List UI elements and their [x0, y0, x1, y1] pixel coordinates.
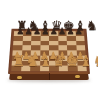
piece-white-queen-d1: ♛: [52, 54, 65, 69]
piece-black-knight-g8: ♞: [86, 19, 98, 32]
piece-white-bishop-f1: ♝: [79, 54, 92, 69]
piece-black-pawn-g7: ♟: [66, 27, 74, 36]
piece-row-rank7: ♟♟♟♟♟♟♟♟: [16, 27, 83, 36]
piece-row-rank1: ♜♞♝♛♚♝♞♜: [12, 54, 86, 69]
piece-white-knight-b1: ♞: [25, 54, 38, 69]
chess-set-photo: ♜♞♝♛♚♝♞♜♟♟♟♟♟♟♟♟♟♟♟♟♟♟♟♟♜♞♝♛♚♝♞♜: [0, 0, 98, 98]
piece-black-pawn-d7: ♟: [41, 27, 49, 36]
piece-black-pawn-f7: ♟: [58, 27, 66, 36]
piece-black-pawn-e7: ♟: [50, 27, 58, 36]
hinge-seam: [49, 73, 50, 80]
brass-latch-left: [17, 76, 22, 79]
piece-white-knight-g1: ♞: [93, 54, 98, 69]
piece-white-bishop-c1: ♝: [39, 54, 52, 69]
piece-white-king-e1: ♚: [66, 54, 79, 69]
piece-white-rook-a1: ♜: [12, 54, 25, 69]
brass-latch-right: [75, 75, 80, 78]
piece-black-pawn-b7: ♟: [24, 27, 32, 36]
piece-black-pawn-a7: ♟: [16, 27, 24, 36]
piece-black-pawn-h7: ♟: [75, 27, 83, 36]
piece-black-pawn-c7: ♟: [33, 27, 41, 36]
